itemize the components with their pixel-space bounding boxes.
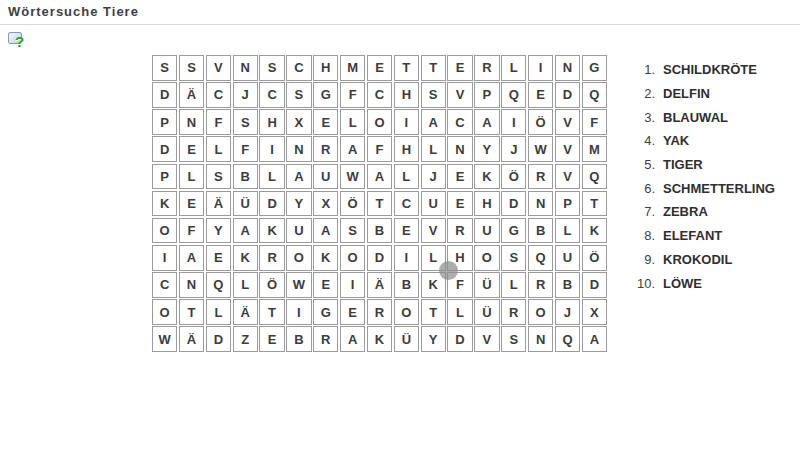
grid-cell[interactable]: I xyxy=(259,136,284,162)
word-list-item: 4.YAK xyxy=(633,129,775,153)
grid-cell[interactable]: B xyxy=(528,218,553,244)
grid-cell[interactable]: C xyxy=(394,191,419,217)
grid-cell[interactable]: L xyxy=(501,55,526,81)
grid-cell[interactable]: T xyxy=(421,55,446,81)
grid-cell[interactable]: S xyxy=(152,55,177,81)
grid-cell[interactable]: Ö xyxy=(259,272,284,298)
grid-cell[interactable]: H xyxy=(259,109,284,135)
grid-cell[interactable]: S xyxy=(233,109,258,135)
grid-cell[interactable]: Ü xyxy=(474,272,499,298)
grid-cell[interactable]: R xyxy=(367,299,392,325)
grid-cell[interactable]: Y xyxy=(421,326,446,352)
grid-cell[interactable]: T xyxy=(259,299,284,325)
grid-cell[interactable]: E xyxy=(179,191,204,217)
grid-cell[interactable]: D xyxy=(152,82,177,108)
grid-cell[interactable]: D xyxy=(206,326,231,352)
grid-cell[interactable]: D xyxy=(555,82,580,108)
grid-cell[interactable]: S xyxy=(421,82,446,108)
word-label: BLAUWAL xyxy=(663,110,728,125)
grid-cell[interactable]: N xyxy=(555,55,580,81)
grid-cell[interactable]: A xyxy=(286,164,311,190)
grid-cell[interactable]: Q xyxy=(582,82,607,108)
grid-cell[interactable]: R xyxy=(313,326,338,352)
grid-cell[interactable]: E xyxy=(447,164,472,190)
grid-cell[interactable]: T xyxy=(367,191,392,217)
grid-cell[interactable]: N xyxy=(528,191,553,217)
word-label: SCHMETTERLING xyxy=(663,181,775,196)
grid-cell[interactable]: J xyxy=(421,164,446,190)
word-label: ZEBRA xyxy=(663,204,708,219)
help-icon[interactable]: ? xyxy=(8,32,28,52)
word-number: 5. xyxy=(633,157,655,172)
word-label: YAK xyxy=(663,133,689,148)
grid-cell[interactable]: B xyxy=(233,164,258,190)
grid-cell[interactable]: I xyxy=(286,299,311,325)
grid-cell[interactable]: O xyxy=(474,245,499,271)
word-label: ELEFANT xyxy=(663,228,722,243)
grid-cell[interactable]: W xyxy=(286,272,311,298)
grid-cell[interactable]: C xyxy=(286,55,311,81)
grid-cell[interactable]: N xyxy=(233,55,258,81)
grid-cell[interactable]: H xyxy=(394,82,419,108)
grid-cell[interactable]: L xyxy=(206,299,231,325)
grid-cell[interactable]: D xyxy=(367,245,392,271)
grid-cell[interactable]: G xyxy=(313,299,338,325)
grid-cell[interactable]: I xyxy=(394,245,419,271)
grid-cell[interactable]: A xyxy=(474,109,499,135)
grid-cell[interactable]: G xyxy=(313,82,338,108)
grid-cell[interactable]: R xyxy=(313,136,338,162)
grid-cell[interactable]: O xyxy=(340,245,365,271)
grid-cell[interactable]: N xyxy=(447,136,472,162)
grid-cell[interactable]: L xyxy=(340,109,365,135)
grid-cell[interactable]: Ü xyxy=(474,299,499,325)
question-mark-icon: ? xyxy=(15,34,24,49)
grid-cell[interactable]: E xyxy=(528,82,553,108)
grid-cell[interactable]: V xyxy=(555,136,580,162)
grid-cell[interactable]: E xyxy=(179,136,204,162)
grid-cell[interactable]: O xyxy=(394,299,419,325)
grid-cell[interactable]: L xyxy=(447,299,472,325)
grid-cell[interactable]: L xyxy=(421,136,446,162)
word-list-item: 3.BLAUWAL xyxy=(633,105,775,129)
grid-cell[interactable]: V xyxy=(447,82,472,108)
grid-cell[interactable]: F xyxy=(447,272,472,298)
grid-cell[interactable]: W xyxy=(340,164,365,190)
grid-cell[interactable]: R xyxy=(501,299,526,325)
grid-cell[interactable]: C xyxy=(367,82,392,108)
grid-cell[interactable]: W xyxy=(152,326,177,352)
grid-cell[interactable]: P xyxy=(555,191,580,217)
grid-cell[interactable]: O xyxy=(286,245,311,271)
grid-cell[interactable]: L xyxy=(421,245,446,271)
grid-cell[interactable]: N xyxy=(286,136,311,162)
grid-cell[interactable]: L xyxy=(179,164,204,190)
word-number: 2. xyxy=(633,86,655,101)
grid-cell[interactable]: A xyxy=(179,245,204,271)
grid-cell[interactable]: J xyxy=(555,299,580,325)
grid-cell[interactable]: G xyxy=(501,218,526,244)
grid-cell[interactable]: Ä xyxy=(179,82,204,108)
grid-cell[interactable]: K xyxy=(313,245,338,271)
grid-cell[interactable]: Ä xyxy=(233,299,258,325)
grid-cell[interactable]: S xyxy=(286,82,311,108)
word-list-item: 9.KROKODIL xyxy=(633,248,775,272)
grid-cell[interactable]: D xyxy=(582,272,607,298)
grid-cell[interactable]: P xyxy=(152,164,177,190)
grid-cell[interactable]: Y xyxy=(474,136,499,162)
grid-cell[interactable]: R xyxy=(528,164,553,190)
grid-cell[interactable]: D xyxy=(447,326,472,352)
grid-cell[interactable]: Ü xyxy=(394,326,419,352)
grid-cell[interactable]: A xyxy=(582,326,607,352)
word-number: 9. xyxy=(633,252,655,267)
grid-cell[interactable]: N xyxy=(528,326,553,352)
grid-cell[interactable]: N xyxy=(179,272,204,298)
grid-cell[interactable]: B xyxy=(367,218,392,244)
grid-cell[interactable]: F xyxy=(179,218,204,244)
grid-cell[interactable]: L xyxy=(206,136,231,162)
grid-cell[interactable]: U xyxy=(555,245,580,271)
grid-cell[interactable]: L xyxy=(501,272,526,298)
grid-cell[interactable]: X xyxy=(582,299,607,325)
word-label: KROKODIL xyxy=(663,252,732,267)
grid-cell[interactable]: V xyxy=(555,109,580,135)
word-list-item: 8.ELEFANT xyxy=(633,224,775,248)
grid-cell[interactable]: U xyxy=(286,218,311,244)
grid-cell[interactable]: S xyxy=(501,245,526,271)
grid-cell[interactable]: L xyxy=(394,164,419,190)
grid-cell[interactable]: Q xyxy=(206,272,231,298)
grid-cell[interactable]: R xyxy=(528,272,553,298)
grid-cell[interactable]: R xyxy=(474,55,499,81)
grid-cell[interactable]: K xyxy=(367,326,392,352)
grid-cell[interactable]: C xyxy=(206,82,231,108)
grid-cell[interactable]: I xyxy=(501,109,526,135)
grid-cell[interactable]: I xyxy=(152,245,177,271)
word-number: 8. xyxy=(633,228,655,243)
grid-cell[interactable]: R xyxy=(447,218,472,244)
grid-cell[interactable]: A xyxy=(367,164,392,190)
grid-cell[interactable]: K xyxy=(152,191,177,217)
grid-cell[interactable]: B xyxy=(555,272,580,298)
word-list: 1.SCHILDKRÖTE2.DELFIN3.BLAUWAL4.YAK5.TIG… xyxy=(633,58,775,295)
grid-cell[interactable]: K xyxy=(421,272,446,298)
grid-cell[interactable]: T xyxy=(394,55,419,81)
grid-cell[interactable]: I xyxy=(528,55,553,81)
grid-cell[interactable]: J xyxy=(501,136,526,162)
grid-cell[interactable]: E xyxy=(367,55,392,81)
word-label: SCHILDKRÖTE xyxy=(663,62,757,77)
grid-cell[interactable]: S xyxy=(501,326,526,352)
grid-cell[interactable]: Q xyxy=(528,245,553,271)
grid-cell[interactable]: B xyxy=(286,326,311,352)
grid-cell[interactable]: A xyxy=(313,218,338,244)
grid-cell[interactable]: S xyxy=(340,218,365,244)
word-number: 1. xyxy=(633,62,655,77)
grid-cell[interactable]: E xyxy=(447,55,472,81)
grid-cell[interactable]: C xyxy=(259,82,284,108)
grid-cell[interactable]: O xyxy=(528,299,553,325)
grid-cell[interactable]: F xyxy=(233,136,258,162)
grid-cell[interactable]: A xyxy=(233,218,258,244)
grid-cell[interactable]: C xyxy=(447,109,472,135)
grid-cell[interactable]: U xyxy=(474,218,499,244)
grid-cell[interactable]: L xyxy=(259,164,284,190)
grid-cell[interactable]: E xyxy=(313,272,338,298)
word-number: 10. xyxy=(633,276,655,291)
grid-cell[interactable]: F xyxy=(582,109,607,135)
grid-cell[interactable]: P xyxy=(474,82,499,108)
grid-cell[interactable]: T xyxy=(179,299,204,325)
grid-cell[interactable]: K xyxy=(474,164,499,190)
word-number: 4. xyxy=(633,133,655,148)
grid-cell[interactable]: O xyxy=(367,109,392,135)
grid-cell[interactable]: E xyxy=(206,245,231,271)
grid-cell[interactable]: O xyxy=(152,218,177,244)
word-number: 6. xyxy=(633,181,655,196)
grid-cell[interactable]: J xyxy=(233,82,258,108)
word-list-item: 6.SCHMETTERLING xyxy=(633,176,775,200)
word-label: DELFIN xyxy=(663,86,710,101)
grid-cell[interactable]: L xyxy=(233,272,258,298)
word-list-item: 1.SCHILDKRÖTE xyxy=(633,58,775,82)
grid-cell[interactable]: Ü xyxy=(233,191,258,217)
grid-cell[interactable]: A xyxy=(340,136,365,162)
word-number: 3. xyxy=(633,110,655,125)
grid-cell[interactable]: U xyxy=(313,164,338,190)
grid-cell[interactable]: C xyxy=(152,272,177,298)
grid-cell[interactable]: T xyxy=(421,299,446,325)
grid-cell[interactable]: D xyxy=(152,136,177,162)
grid-cell[interactable]: K xyxy=(233,245,258,271)
grid-cell[interactable]: F xyxy=(367,136,392,162)
grid-cell[interactable]: I xyxy=(340,272,365,298)
word-list-item: 10.LÖWE xyxy=(633,271,775,295)
grid-cell[interactable]: S xyxy=(179,55,204,81)
grid-cell[interactable]: Q xyxy=(555,326,580,352)
word-list-item: 2.DELFIN xyxy=(633,82,775,106)
grid-cell[interactable]: F xyxy=(340,82,365,108)
grid-cell[interactable]: S xyxy=(206,164,231,190)
grid-cell[interactable]: H xyxy=(474,191,499,217)
grid-cell[interactable]: V xyxy=(474,326,499,352)
grid-cell[interactable]: E xyxy=(394,218,419,244)
grid-cell[interactable]: A xyxy=(421,109,446,135)
grid-cell[interactable]: I xyxy=(394,109,419,135)
grid-cell[interactable]: Ä xyxy=(367,272,392,298)
grid-cell[interactable]: M xyxy=(340,55,365,81)
grid-cell[interactable]: V xyxy=(206,55,231,81)
grid-cell[interactable]: G xyxy=(582,55,607,81)
grid-cell[interactable]: A xyxy=(340,326,365,352)
grid-cell[interactable]: P xyxy=(152,109,177,135)
grid-cell[interactable]: Ö xyxy=(582,245,607,271)
grid-cell[interactable]: V xyxy=(421,218,446,244)
word-search-grid: SSVNSCHMETTERLINGDÄCJCSGFCHSVPQEDQPNFSHX… xyxy=(152,55,607,352)
grid-cell[interactable]: E xyxy=(447,191,472,217)
grid-cell[interactable]: O xyxy=(152,299,177,325)
grid-cell[interactable]: E xyxy=(259,326,284,352)
grid-cell[interactable]: Ö xyxy=(501,164,526,190)
grid-cell[interactable]: F xyxy=(206,109,231,135)
word-label: LÖWE xyxy=(663,276,702,291)
grid-cell[interactable]: N xyxy=(179,109,204,135)
grid-cell[interactable]: E xyxy=(313,109,338,135)
word-list-item: 5.TIGER xyxy=(633,153,775,177)
grid-cell[interactable]: Z xyxy=(233,326,258,352)
grid-cell[interactable]: K xyxy=(259,218,284,244)
grid-cell[interactable]: R xyxy=(259,245,284,271)
word-list-item: 7.ZEBRA xyxy=(633,200,775,224)
page-title: Wörtersuche Tiere xyxy=(8,4,139,19)
header-divider xyxy=(0,24,800,25)
grid-cell[interactable]: W xyxy=(528,136,553,162)
grid-cell[interactable]: X xyxy=(313,191,338,217)
grid-cell[interactable]: Y xyxy=(206,218,231,244)
grid-cell[interactable]: V xyxy=(555,164,580,190)
grid-cell[interactable]: E xyxy=(340,299,365,325)
grid-cell[interactable]: M xyxy=(582,136,607,162)
grid-cell[interactable]: U xyxy=(421,191,446,217)
grid-cell[interactable]: S xyxy=(259,55,284,81)
grid-cell[interactable]: T xyxy=(582,191,607,217)
grid-cell[interactable]: B xyxy=(394,272,419,298)
word-number: 7. xyxy=(633,204,655,219)
grid-cell[interactable]: H xyxy=(447,245,472,271)
grid-cell[interactable]: Q xyxy=(501,82,526,108)
word-label: TIGER xyxy=(663,157,703,172)
grid-cell[interactable]: Q xyxy=(582,164,607,190)
grid-cell[interactable]: H xyxy=(313,55,338,81)
grid-cell[interactable]: Ä xyxy=(179,326,204,352)
grid-cell[interactable]: Y xyxy=(286,191,311,217)
grid-cell[interactable]: Ö xyxy=(340,191,365,217)
grid-cell[interactable]: D xyxy=(259,191,284,217)
grid-cell[interactable]: K xyxy=(582,218,607,244)
grid-cell[interactable]: Ö xyxy=(528,109,553,135)
grid-cell[interactable]: L xyxy=(555,218,580,244)
grid-cell[interactable]: D xyxy=(501,191,526,217)
grid-cell[interactable]: H xyxy=(394,136,419,162)
grid-cell[interactable]: X xyxy=(286,109,311,135)
grid-cell[interactable]: Ä xyxy=(206,191,231,217)
